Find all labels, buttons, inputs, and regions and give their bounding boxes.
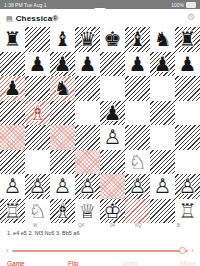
square-f6[interactable] [125,76,150,101]
square-g7[interactable]: ♟ [150,52,175,77]
bottom-toolbar: Game Flip Undo Move [0,258,200,266]
status-bar: 1:38 PM Tue Aug 1 100% [0,0,200,9]
square-a6[interactable]: ♟ [0,76,25,101]
square-d6[interactable] [75,76,100,101]
square-f4[interactable] [125,125,150,150]
square-f5[interactable] [125,101,150,126]
square-g5[interactable] [150,101,175,126]
square-d4[interactable] [75,125,100,150]
piece-white-pawn: ♟♙ [179,176,197,196]
square-d3[interactable] [75,150,100,175]
square-h3[interactable] [175,150,200,175]
piece-black-knight: ♞ [154,29,172,49]
square-b8[interactable] [25,27,50,52]
square-a8[interactable]: ♜ [0,27,25,52]
piece-white-bishop: ♝♗ [54,201,72,221]
flip-button[interactable]: Flip [68,260,78,266]
piece-black-pawn: ♟ [154,54,172,74]
white-castling-label: QK [78,223,85,228]
settings-gear-icon[interactable]: ⚙ [187,13,195,22]
piece-white-queen: ♛♕ [79,201,97,221]
piece-black-pawn: ♟ [54,54,72,74]
piece-black-queen: ♛ [79,29,97,49]
piece-white-pawn: ♟♙ [54,176,72,196]
status-indicators: 100% [171,2,196,8]
square-c1[interactable]: ♝♗ [50,199,75,224]
square-c2[interactable]: ♟♙ [50,174,75,199]
square-h7[interactable]: ♟ [175,52,200,77]
square-h6[interactable] [175,76,200,101]
square-g6[interactable] [150,76,175,101]
square-a2[interactable]: ♟♙ [0,174,25,199]
move-button[interactable]: Move [180,260,196,266]
square-c4[interactable] [50,125,75,150]
square-b2[interactable]: ♟♙ [25,174,50,199]
square-d1[interactable]: ♛♕ [75,199,100,224]
square-b3[interactable] [25,150,50,175]
square-h4[interactable] [175,125,200,150]
square-b5[interactable]: ♝♗ [25,101,50,126]
black-castling-label: KQ [135,223,142,228]
side-to-move-label: W [33,223,37,228]
move-list: 1. e4 e5 2. Nf3 Nc6 3. Bb5 a6 [0,228,200,239]
piece-black-pawn: ♟ [79,54,97,74]
chess-board: ♜♝♛♚♝♞♜♟♟♟♟♟♟♟♞♝♗♟♟♙♞♘♟♙♟♙♟♙♟♙♟♙♟♙♟♙♜♖♞♘… [0,27,200,223]
square-c3[interactable] [50,150,75,175]
square-b7[interactable]: ♟ [25,52,50,77]
square-f8[interactable]: ♝ [125,27,150,52]
square-e1[interactable]: ♚♔ [100,199,125,224]
move-number-label: 04 [110,223,115,228]
piece-white-rook: ♜♖ [179,201,197,221]
square-b6[interactable] [25,76,50,101]
app-title: Chessica® [16,14,59,23]
square-a4[interactable] [0,125,25,150]
square-d7[interactable]: ♟ [75,52,100,77]
square-e7[interactable] [100,52,125,77]
app-header: ▤ Chessica® ⚙ [0,9,200,27]
piece-white-king: ♚♔ [104,201,122,221]
piece-black-pawn: ♟ [29,54,47,74]
board-status-labels: W QK 04 KQ B [0,223,200,228]
square-b4[interactable] [25,125,50,150]
piece-white-pawn: ♟♙ [4,176,22,196]
square-f3[interactable]: ♞♘ [125,150,150,175]
piece-black-bishop: ♝ [54,29,72,49]
square-h2[interactable]: ♟♙ [175,174,200,199]
square-c6[interactable]: ♞ [50,76,75,101]
menu-icon[interactable]: ▤ [6,15,13,22]
square-d8[interactable]: ♛ [75,27,100,52]
slider-next-arrow[interactable]: › [190,247,195,255]
square-e2[interactable] [100,174,125,199]
square-h8[interactable]: ♜ [175,27,200,52]
square-c5[interactable] [50,101,75,126]
piece-white-rook: ♜♖ [4,201,22,221]
piece-black-rook: ♜ [4,29,22,49]
square-g8[interactable]: ♞ [150,27,175,52]
square-b1[interactable]: ♞♘ [25,199,50,224]
square-d5[interactable] [75,101,100,126]
square-h5[interactable] [175,101,200,126]
battery-percent: 100% [171,2,184,8]
move-slider-thumb[interactable] [179,247,186,254]
piece-black-bishop: ♝ [129,29,147,49]
square-c8[interactable]: ♝ [50,27,75,52]
piece-black-rook: ♜ [179,29,197,49]
battery-icon [186,2,196,8]
piece-black-knight: ♞ [54,78,72,98]
move-slider-track[interactable] [12,250,189,252]
piece-black-king: ♚ [104,29,122,49]
square-e3[interactable] [100,150,125,175]
selected-piece-label: B [177,223,180,228]
square-a5[interactable] [0,101,25,126]
slider-prev-arrow[interactable]: ‹ [5,247,10,255]
square-g4[interactable] [150,125,175,150]
square-f2[interactable]: ♟♙ [125,174,150,199]
move-slider-row: ‹ › [5,246,195,255]
piece-white-pawn: ♟♙ [104,127,122,147]
piece-white-pawn: ♟♙ [154,176,172,196]
undo-button[interactable]: Undo [122,260,138,266]
game-button[interactable]: Game [7,260,25,266]
square-g2[interactable]: ♟♙ [150,174,175,199]
square-a7[interactable] [0,52,25,77]
piece-white-pawn: ♟♙ [129,176,147,196]
square-c7[interactable]: ♟ [50,52,75,77]
piece-white-pawn: ♟♙ [79,176,97,196]
square-e8[interactable]: ♚ [100,27,125,52]
piece-white-pawn: ♟♙ [29,176,47,196]
square-g1[interactable] [150,199,175,224]
piece-white-knight: ♞♘ [29,201,47,221]
square-h1[interactable]: ♜♖ [175,199,200,224]
piece-black-pawn: ♟ [179,54,197,74]
piece-black-pawn: ♟ [104,103,122,123]
square-a1[interactable]: ♜♖ [0,199,25,224]
status-time: 1:38 PM Tue Aug 1 [4,2,47,8]
square-f1[interactable] [125,199,150,224]
piece-white-knight: ♞♘ [129,152,147,172]
square-d2[interactable]: ♟♙ [75,174,100,199]
square-e5[interactable]: ♟ [100,101,125,126]
square-f7[interactable]: ♟ [125,52,150,77]
piece-black-pawn: ♟ [4,78,22,98]
piece-white-bishop: ♝♗ [29,103,47,123]
piece-black-pawn: ♟ [129,54,147,74]
square-g3[interactable] [150,150,175,175]
square-e6[interactable] [100,76,125,101]
square-a3[interactable] [0,150,25,175]
square-e4[interactable]: ♟♙ [100,125,125,150]
